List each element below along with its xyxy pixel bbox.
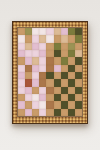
board-square — [75, 79, 82, 86]
board-square — [18, 43, 25, 50]
board-square — [54, 72, 61, 79]
board-square — [25, 65, 32, 72]
board-square — [32, 65, 39, 72]
board-square — [32, 35, 39, 42]
board-square — [54, 35, 61, 42]
board-square — [18, 28, 25, 35]
board-square — [68, 65, 75, 72]
board-square — [61, 35, 68, 42]
board-square — [68, 87, 75, 94]
board-square — [25, 79, 32, 86]
board-square — [46, 94, 53, 101]
board-square — [75, 72, 82, 79]
board-square — [39, 101, 46, 108]
board-square — [32, 94, 39, 101]
board-square — [39, 87, 46, 94]
board-square — [75, 35, 82, 42]
board-square — [68, 57, 75, 64]
board-square — [68, 109, 75, 116]
board-square — [61, 43, 68, 50]
board-square — [39, 79, 46, 86]
board-square — [54, 57, 61, 64]
board-square — [18, 65, 25, 72]
board-square — [75, 87, 82, 94]
board-square — [18, 109, 25, 116]
board-square — [25, 94, 32, 101]
board-square — [61, 28, 68, 35]
board-square — [75, 94, 82, 101]
board-square — [68, 94, 75, 101]
board-square — [18, 72, 25, 79]
board-square — [61, 109, 68, 116]
board-square — [61, 87, 68, 94]
wall — [0, 0, 100, 150]
board-square — [68, 72, 75, 79]
board-square — [32, 50, 39, 57]
checkerboard-painting — [17, 27, 83, 117]
board-square — [25, 43, 32, 50]
board-square — [32, 43, 39, 50]
board-square — [54, 101, 61, 108]
board-square — [46, 35, 53, 42]
board-square — [68, 28, 75, 35]
board-square — [61, 50, 68, 57]
board-square — [68, 101, 75, 108]
board-square — [18, 79, 25, 86]
board-square — [39, 50, 46, 57]
board-square — [75, 65, 82, 72]
board-square — [75, 43, 82, 50]
board-square — [18, 35, 25, 42]
board-square — [75, 28, 82, 35]
board-square — [25, 87, 32, 94]
board-square — [61, 65, 68, 72]
board-square — [39, 35, 46, 42]
board-square — [61, 72, 68, 79]
board-square — [32, 87, 39, 94]
board-square — [46, 101, 53, 108]
board-square — [54, 50, 61, 57]
board-square — [25, 50, 32, 57]
board-square — [75, 57, 82, 64]
board-square — [54, 65, 61, 72]
board-square — [32, 28, 39, 35]
board-square — [25, 72, 32, 79]
board-square — [68, 79, 75, 86]
board-square — [54, 79, 61, 86]
board-square — [46, 79, 53, 86]
board-square — [68, 50, 75, 57]
board-square — [18, 94, 25, 101]
board-square — [39, 43, 46, 50]
board-square — [46, 65, 53, 72]
board-square — [54, 109, 61, 116]
board-square — [18, 87, 25, 94]
board-square — [25, 28, 32, 35]
board-square — [25, 35, 32, 42]
board-square — [39, 57, 46, 64]
board-square — [68, 35, 75, 42]
board-square — [61, 57, 68, 64]
artwork-frame — [12, 21, 88, 124]
board-square — [18, 101, 25, 108]
board-square — [54, 28, 61, 35]
board-square — [32, 57, 39, 64]
board-square — [75, 101, 82, 108]
board-square — [75, 109, 82, 116]
board-square — [32, 72, 39, 79]
board-square — [46, 57, 53, 64]
board-square — [54, 87, 61, 94]
board-square — [54, 43, 61, 50]
board-square — [25, 57, 32, 64]
board-square — [25, 109, 32, 116]
board-square — [32, 109, 39, 116]
board-square — [39, 109, 46, 116]
board-square — [46, 43, 53, 50]
board-square — [68, 43, 75, 50]
board-square — [39, 94, 46, 101]
board-square — [18, 50, 25, 57]
board-square — [46, 87, 53, 94]
board-square — [46, 50, 53, 57]
board-square — [54, 94, 61, 101]
board-square — [46, 28, 53, 35]
board-square — [61, 79, 68, 86]
board-square — [39, 72, 46, 79]
board-square — [46, 72, 53, 79]
board-square — [61, 94, 68, 101]
board-square — [18, 57, 25, 64]
board-square — [75, 50, 82, 57]
board-square — [32, 79, 39, 86]
board-square — [46, 109, 53, 116]
board-square — [61, 101, 68, 108]
board-square — [39, 28, 46, 35]
board-square — [25, 101, 32, 108]
board-square — [39, 65, 46, 72]
board-square — [32, 101, 39, 108]
